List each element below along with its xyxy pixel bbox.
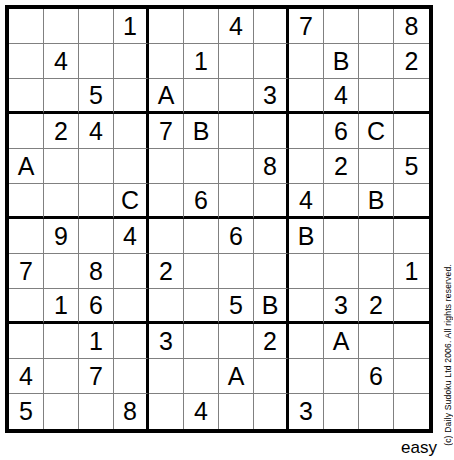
cell-r2c11[interactable] bbox=[359, 44, 394, 79]
cell-r1c3[interactable] bbox=[79, 9, 114, 44]
cell-r8c10[interactable] bbox=[324, 254, 359, 289]
cell-r2c12[interactable]: 2 bbox=[394, 44, 429, 79]
cell-r8c7[interactable] bbox=[219, 254, 254, 289]
cell-r4c7[interactable] bbox=[219, 114, 254, 149]
cell-r7c5[interactable] bbox=[149, 219, 184, 254]
cell-r6c7[interactable] bbox=[219, 184, 254, 219]
cell-r12c1[interactable]: 5 bbox=[9, 394, 44, 429]
cell-r6c6[interactable]: 6 bbox=[184, 184, 219, 219]
cell-r5c2[interactable] bbox=[44, 149, 79, 184]
cell-r2c3[interactable] bbox=[79, 44, 114, 79]
cell-r8c9[interactable] bbox=[289, 254, 324, 289]
cell-r6c4[interactable]: C bbox=[114, 184, 149, 219]
cell-r3c8[interactable]: 3 bbox=[254, 79, 289, 114]
cell-r8c12[interactable]: 1 bbox=[394, 254, 429, 289]
cell-r4c5[interactable]: 7 bbox=[149, 114, 184, 149]
cell-r1c7[interactable]: 4 bbox=[219, 9, 254, 44]
cell-r8c8[interactable] bbox=[254, 254, 289, 289]
cell-r7c6[interactable] bbox=[184, 219, 219, 254]
cell-r3c9[interactable] bbox=[289, 79, 324, 114]
cell-r1c2[interactable] bbox=[44, 9, 79, 44]
cell-r12c12[interactable] bbox=[394, 394, 429, 429]
cell-r2c6[interactable]: 1 bbox=[184, 44, 219, 79]
cell-r11c11[interactable]: 6 bbox=[359, 359, 394, 394]
cell-r6c10[interactable] bbox=[324, 184, 359, 219]
cell-r12c8[interactable] bbox=[254, 394, 289, 429]
cell-r12c6[interactable]: 4 bbox=[184, 394, 219, 429]
cell-r6c8[interactable] bbox=[254, 184, 289, 219]
cell-r5c1[interactable]: A bbox=[9, 149, 44, 184]
cell-r9c9[interactable] bbox=[289, 289, 324, 324]
cell-r3c10[interactable]: 4 bbox=[324, 79, 359, 114]
cell-r1c5[interactable] bbox=[149, 9, 184, 44]
cell-r11c4[interactable] bbox=[114, 359, 149, 394]
cell-r9c10[interactable]: 3 bbox=[324, 289, 359, 324]
cell-r10c12[interactable] bbox=[394, 324, 429, 359]
cell-r4c4[interactable] bbox=[114, 114, 149, 149]
cell-r5c7[interactable] bbox=[219, 149, 254, 184]
cell-r9c5[interactable] bbox=[149, 289, 184, 324]
cell-r2c9[interactable] bbox=[289, 44, 324, 79]
cell-r12c10[interactable] bbox=[324, 394, 359, 429]
cell-r11c1[interactable]: 4 bbox=[9, 359, 44, 394]
cell-r4c3[interactable]: 4 bbox=[79, 114, 114, 149]
cell-r6c2[interactable] bbox=[44, 184, 79, 219]
cell-r1c6[interactable] bbox=[184, 9, 219, 44]
cell-r11c3[interactable]: 7 bbox=[79, 359, 114, 394]
cell-r11c10[interactable] bbox=[324, 359, 359, 394]
cell-r8c5[interactable]: 2 bbox=[149, 254, 184, 289]
cell-r6c5[interactable] bbox=[149, 184, 184, 219]
cell-r9c11[interactable]: 2 bbox=[359, 289, 394, 324]
cell-r6c3[interactable] bbox=[79, 184, 114, 219]
cell-r5c3[interactable] bbox=[79, 149, 114, 184]
cell-r9c7[interactable]: 5 bbox=[219, 289, 254, 324]
cell-r2c2[interactable]: 4 bbox=[44, 44, 79, 79]
cell-r12c7[interactable] bbox=[219, 394, 254, 429]
cell-r4c9[interactable] bbox=[289, 114, 324, 149]
cell-r3c11[interactable] bbox=[359, 79, 394, 114]
cell-r3c4[interactable] bbox=[114, 79, 149, 114]
cell-r5c6[interactable] bbox=[184, 149, 219, 184]
cell-r3c2[interactable] bbox=[44, 79, 79, 114]
cell-r11c9[interactable] bbox=[289, 359, 324, 394]
cell-r5c12[interactable]: 5 bbox=[394, 149, 429, 184]
cell-r3c6[interactable] bbox=[184, 79, 219, 114]
cell-r7c9[interactable]: B bbox=[289, 219, 324, 254]
cell-r10c8[interactable]: 2 bbox=[254, 324, 289, 359]
cell-r3c7[interactable] bbox=[219, 79, 254, 114]
cell-r7c2[interactable]: 9 bbox=[44, 219, 79, 254]
cell-r11c12[interactable] bbox=[394, 359, 429, 394]
cell-r8c11[interactable] bbox=[359, 254, 394, 289]
cell-r1c10[interactable] bbox=[324, 9, 359, 44]
cell-r7c7[interactable]: 6 bbox=[219, 219, 254, 254]
difficulty-label: easy bbox=[401, 438, 437, 458]
cell-r5c5[interactable] bbox=[149, 149, 184, 184]
cell-r7c11[interactable] bbox=[359, 219, 394, 254]
cell-r6c9[interactable]: 4 bbox=[289, 184, 324, 219]
cell-r4c10[interactable]: 6 bbox=[324, 114, 359, 149]
cell-r10c6[interactable] bbox=[184, 324, 219, 359]
cell-r12c3[interactable] bbox=[79, 394, 114, 429]
copyright-text: (c) Daily Sudoku Ltd 2006. All rights re… bbox=[443, 264, 453, 446]
cell-r12c2[interactable] bbox=[44, 394, 79, 429]
cell-r10c2[interactable] bbox=[44, 324, 79, 359]
cell-r3c1[interactable] bbox=[9, 79, 44, 114]
cell-r12c11[interactable] bbox=[359, 394, 394, 429]
cell-r9c6[interactable] bbox=[184, 289, 219, 324]
cell-r5c9[interactable] bbox=[289, 149, 324, 184]
cell-r9c12[interactable] bbox=[394, 289, 429, 324]
cell-r12c4[interactable]: 8 bbox=[114, 394, 149, 429]
cell-r8c4[interactable] bbox=[114, 254, 149, 289]
cell-r6c11[interactable]: B bbox=[359, 184, 394, 219]
cell-r2c1[interactable] bbox=[9, 44, 44, 79]
sudoku-page: 147841B25A34247B6CA825C64B946B7821165B32… bbox=[0, 0, 454, 460]
cell-r10c10[interactable]: A bbox=[324, 324, 359, 359]
cell-r5c4[interactable] bbox=[114, 149, 149, 184]
cell-r7c4[interactable]: 4 bbox=[114, 219, 149, 254]
cell-r11c2[interactable] bbox=[44, 359, 79, 394]
cell-r11c6[interactable] bbox=[184, 359, 219, 394]
cell-r2c7[interactable] bbox=[219, 44, 254, 79]
cell-r1c1[interactable] bbox=[9, 9, 44, 44]
cell-r3c5[interactable]: A bbox=[149, 79, 184, 114]
cell-r10c5[interactable]: 3 bbox=[149, 324, 184, 359]
cell-r3c3[interactable]: 5 bbox=[79, 79, 114, 114]
cell-r9c4[interactable] bbox=[114, 289, 149, 324]
cell-r8c6[interactable] bbox=[184, 254, 219, 289]
cell-r4c2[interactable]: 2 bbox=[44, 114, 79, 149]
cell-r8c2[interactable] bbox=[44, 254, 79, 289]
cell-r8c1[interactable]: 7 bbox=[9, 254, 44, 289]
cell-r12c9[interactable]: 3 bbox=[289, 394, 324, 429]
cell-r11c8[interactable] bbox=[254, 359, 289, 394]
cell-r9c3[interactable]: 6 bbox=[79, 289, 114, 324]
cell-r1c11[interactable] bbox=[359, 9, 394, 44]
cell-r10c4[interactable] bbox=[114, 324, 149, 359]
cell-r9c1[interactable] bbox=[9, 289, 44, 324]
cell-r1c8[interactable] bbox=[254, 9, 289, 44]
cell-r9c2[interactable]: 1 bbox=[44, 289, 79, 324]
cell-r7c12[interactable] bbox=[394, 219, 429, 254]
cell-r7c1[interactable] bbox=[9, 219, 44, 254]
cell-r5c8[interactable]: 8 bbox=[254, 149, 289, 184]
cell-r1c4[interactable]: 1 bbox=[114, 9, 149, 44]
cell-r7c10[interactable] bbox=[324, 219, 359, 254]
cell-r12c5[interactable] bbox=[149, 394, 184, 429]
cell-r7c3[interactable] bbox=[79, 219, 114, 254]
cell-r2c10[interactable]: B bbox=[324, 44, 359, 79]
cell-r10c9[interactable] bbox=[289, 324, 324, 359]
cell-r6c12[interactable] bbox=[394, 184, 429, 219]
cell-r2c5[interactable] bbox=[149, 44, 184, 79]
cell-r4c12[interactable] bbox=[394, 114, 429, 149]
cell-r3c12[interactable] bbox=[394, 79, 429, 114]
cell-r7c8[interactable] bbox=[254, 219, 289, 254]
cell-r4c1[interactable] bbox=[9, 114, 44, 149]
cell-r10c7[interactable] bbox=[219, 324, 254, 359]
cell-r2c4[interactable] bbox=[114, 44, 149, 79]
cell-r1c12[interactable]: 8 bbox=[394, 9, 429, 44]
cell-r6c1[interactable] bbox=[9, 184, 44, 219]
cell-r4c8[interactable] bbox=[254, 114, 289, 149]
cell-r5c11[interactable] bbox=[359, 149, 394, 184]
cell-r5c10[interactable]: 2 bbox=[324, 149, 359, 184]
cell-r10c3[interactable]: 1 bbox=[79, 324, 114, 359]
cell-r1c9[interactable]: 7 bbox=[289, 9, 324, 44]
cell-r4c6[interactable]: B bbox=[184, 114, 219, 149]
cell-r9c8[interactable]: B bbox=[254, 289, 289, 324]
cell-r10c11[interactable] bbox=[359, 324, 394, 359]
cell-r10c1[interactable] bbox=[9, 324, 44, 359]
cell-r8c3[interactable]: 8 bbox=[79, 254, 114, 289]
cell-r11c5[interactable] bbox=[149, 359, 184, 394]
sudoku-board: 147841B25A34247B6CA825C64B946B7821165B32… bbox=[5, 5, 433, 433]
cell-r11c7[interactable]: A bbox=[219, 359, 254, 394]
cell-r2c8[interactable] bbox=[254, 44, 289, 79]
cell-r4c11[interactable]: C bbox=[359, 114, 394, 149]
